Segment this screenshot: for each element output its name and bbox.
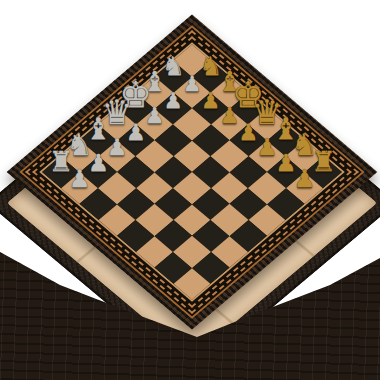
piece-silver-pawn[interactable]: ♟: [183, 74, 202, 95]
piece-silver-pawn[interactable]: ♟: [164, 90, 183, 112]
piece-brass-pawn[interactable]: ♟: [201, 90, 220, 112]
chess-set-photo: ♞♝♚♛♝♞♜♞♟♟♟♟♟♟♟♝♟♚♟♛♟♝♟♞♟♜♟: [0, 0, 380, 380]
piece-silver-pawn[interactable]: ♟: [126, 121, 146, 143]
piece-brass-pawn[interactable]: ♟: [294, 167, 316, 191]
piece-brass-pawn[interactable]: ♟: [220, 105, 240, 127]
piece-silver-pawn[interactable]: ♟: [107, 136, 128, 159]
piece-silver-pawn[interactable]: ♟: [88, 152, 109, 176]
piece-brass-pawn[interactable]: ♟: [238, 121, 258, 143]
piece-silver-pawn[interactable]: ♟: [69, 167, 91, 191]
piece-silver-pawn[interactable]: ♟: [145, 105, 165, 127]
